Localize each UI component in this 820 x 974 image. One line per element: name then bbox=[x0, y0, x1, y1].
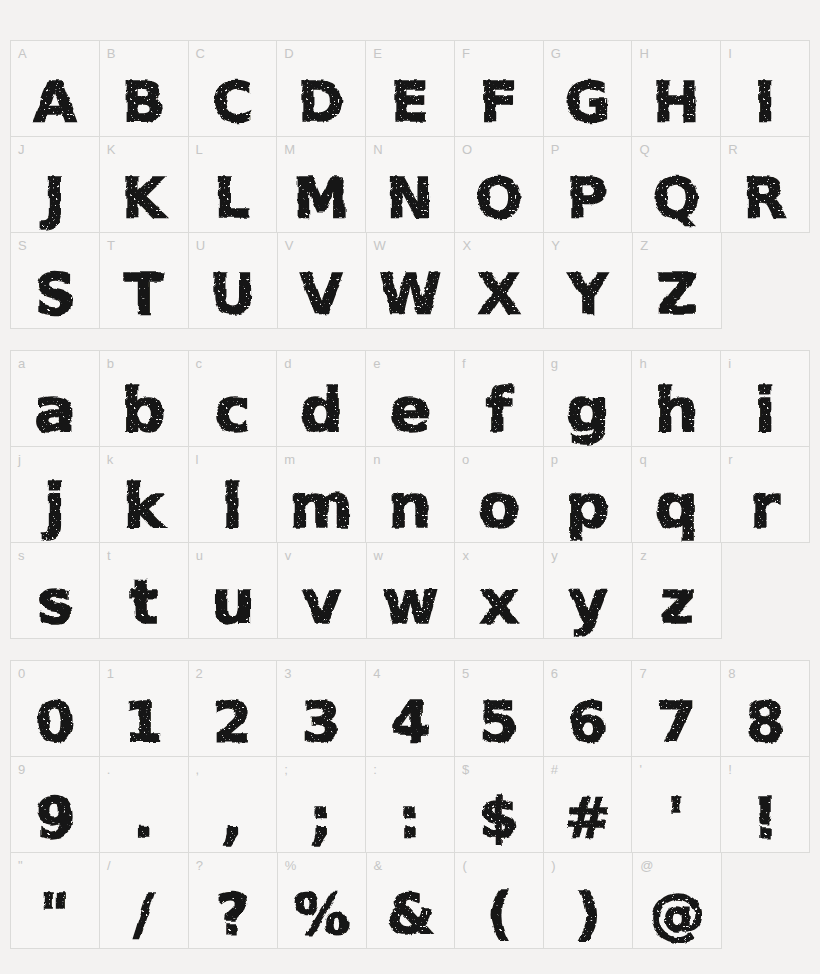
char-cell: ,, bbox=[188, 756, 278, 853]
cell-label: ) bbox=[551, 859, 555, 872]
char-cell: OO bbox=[454, 136, 544, 233]
uppercase-row-3: SSTTUUVVWWXXYYZZ bbox=[10, 232, 810, 329]
cell-glyph: F bbox=[480, 74, 518, 136]
char-cell: :: bbox=[365, 756, 455, 853]
cell-label: c bbox=[196, 357, 203, 370]
cell-label: 1 bbox=[107, 667, 114, 680]
uppercase-row-1: AABBCCDDEEFFGGHHII bbox=[10, 40, 810, 137]
char-cell: YY bbox=[543, 232, 633, 329]
cell-label: k bbox=[107, 453, 114, 466]
char-cell: jj bbox=[10, 446, 100, 543]
cell-label: 7 bbox=[639, 667, 646, 680]
cell-label: U bbox=[196, 239, 205, 252]
char-cell: pp bbox=[543, 446, 633, 543]
char-cell: TT bbox=[99, 232, 189, 329]
char-cell: bb bbox=[99, 350, 189, 447]
char-cell: ## bbox=[543, 756, 633, 853]
cell-label: N bbox=[373, 143, 382, 156]
char-cell: ss bbox=[10, 542, 100, 639]
cell-glyph: 0 bbox=[35, 694, 74, 756]
cell-label: W bbox=[374, 239, 386, 252]
char-cell: )) bbox=[543, 852, 633, 949]
char-cell: NN bbox=[365, 136, 455, 233]
char-cell: tt bbox=[99, 542, 189, 639]
cell-glyph: g bbox=[566, 379, 610, 446]
lowercase-row-2: jjkkllmmnnooppqqrr bbox=[10, 446, 810, 543]
cell-glyph: E bbox=[391, 74, 429, 136]
char-cell: %% bbox=[277, 852, 367, 949]
cell-glyph: O bbox=[475, 170, 523, 232]
cell-glyph: i bbox=[755, 379, 776, 446]
lowercase-row-1: aabbccddeeffgghhii bbox=[10, 350, 810, 447]
char-cell: xx bbox=[454, 542, 544, 639]
lowercase-row-3: ssttuuvvwwxxyyzz bbox=[10, 542, 810, 639]
cell-glyph: h bbox=[655, 379, 698, 446]
cell-label: ' bbox=[639, 763, 641, 776]
char-cell: // bbox=[99, 852, 189, 949]
char-cell: zz bbox=[632, 542, 722, 639]
char-cell: .. bbox=[99, 756, 189, 853]
char-cell: WW bbox=[366, 232, 456, 329]
cell-glyph: H bbox=[653, 74, 700, 136]
cell-glyph: G bbox=[565, 74, 611, 136]
cell-glyph: , bbox=[222, 790, 243, 852]
char-cell: CC bbox=[188, 40, 278, 137]
cell-label: A bbox=[18, 47, 27, 60]
cell-label: E bbox=[373, 47, 382, 60]
cell-label: 9 bbox=[18, 763, 25, 776]
cell-label: $ bbox=[462, 763, 469, 776]
cell-label: F bbox=[462, 47, 470, 60]
cell-glyph: V bbox=[300, 266, 343, 328]
cell-label: 4 bbox=[373, 667, 380, 680]
char-cell: FF bbox=[454, 40, 544, 137]
cell-glyph: X bbox=[478, 266, 521, 328]
cell-label: q bbox=[639, 453, 646, 466]
char-cell: '' bbox=[631, 756, 721, 853]
cell-glyph: a bbox=[34, 379, 75, 446]
char-cell: cc bbox=[188, 350, 278, 447]
cell-glyph: c bbox=[214, 379, 250, 446]
char-cell: nn bbox=[365, 446, 455, 543]
cell-label: K bbox=[107, 143, 116, 156]
char-cell: "" bbox=[10, 852, 100, 949]
cell-label: u bbox=[196, 549, 203, 562]
cell-glyph: ) bbox=[575, 886, 601, 948]
cell-label: M bbox=[284, 143, 295, 156]
cell-glyph: o bbox=[478, 475, 520, 542]
cell-label: y bbox=[551, 549, 558, 562]
cell-label: o bbox=[462, 453, 469, 466]
char-cell: JJ bbox=[10, 136, 100, 233]
symbols-row-2: 99..,,;;::$$##''!! bbox=[10, 756, 810, 853]
cell-glyph: # bbox=[564, 790, 611, 852]
cell-label: V bbox=[285, 239, 294, 252]
cell-glyph: B bbox=[122, 74, 165, 136]
cell-glyph: p bbox=[566, 475, 610, 542]
char-cell: ff bbox=[454, 350, 544, 447]
cell-label: G bbox=[551, 47, 561, 60]
cell-label: r bbox=[728, 453, 732, 466]
char-cell: uu bbox=[188, 542, 278, 639]
cell-glyph: 1 bbox=[124, 694, 163, 756]
char-cell: 44 bbox=[365, 660, 455, 757]
char-cell: 11 bbox=[99, 660, 189, 757]
char-cell: !! bbox=[720, 756, 810, 853]
char-cell: qq bbox=[631, 446, 721, 543]
cell-glyph: R bbox=[744, 170, 787, 232]
cell-glyph: 3 bbox=[302, 694, 341, 756]
cell-glyph: u bbox=[211, 571, 254, 638]
char-cell: mm bbox=[276, 446, 366, 543]
cell-glyph: 4 bbox=[391, 694, 430, 756]
cell-label: i bbox=[728, 357, 731, 370]
cell-label: s bbox=[18, 549, 25, 562]
cell-glyph: D bbox=[298, 74, 344, 136]
char-cell: GG bbox=[543, 40, 633, 137]
char-cell: HH bbox=[631, 40, 721, 137]
cell-glyph: ! bbox=[752, 790, 778, 852]
char-cell: 88 bbox=[720, 660, 810, 757]
cell-label: C bbox=[196, 47, 205, 60]
cell-glyph: 6 bbox=[568, 694, 607, 756]
lowercase-block: aabbccddeeffgghhiijjkkllmmnnooppqqrrsstt… bbox=[10, 350, 810, 639]
char-cell: aa bbox=[10, 350, 100, 447]
cell-glyph: x bbox=[480, 571, 519, 638]
cell-glyph: d bbox=[299, 379, 343, 446]
cell-label: I bbox=[728, 47, 732, 60]
char-cell: vv bbox=[277, 542, 367, 639]
cell-label: B bbox=[107, 47, 116, 60]
cell-glyph: n bbox=[388, 475, 431, 542]
char-cell: BB bbox=[99, 40, 189, 137]
cell-label: m bbox=[284, 453, 295, 466]
char-cell: QQ bbox=[631, 136, 721, 233]
char-cell: ii bbox=[720, 350, 810, 447]
cell-glyph: ; bbox=[310, 790, 332, 852]
cell-glyph: 8 bbox=[746, 694, 785, 756]
cell-glyph: M bbox=[293, 170, 349, 232]
cell-glyph: $ bbox=[479, 790, 518, 852]
cell-label: Y bbox=[551, 239, 560, 252]
cell-label: S bbox=[18, 239, 27, 252]
cell-glyph: f bbox=[486, 379, 513, 446]
char-cell: @@ bbox=[632, 852, 722, 949]
cell-label: ; bbox=[284, 763, 288, 776]
cell-label: T bbox=[107, 239, 115, 252]
char-cell: 22 bbox=[188, 660, 278, 757]
char-cell: AA bbox=[10, 40, 100, 137]
uppercase-block: AABBCCDDEEFFGGHHIIJJKKLLMMNNOOPPQQRRSSTT… bbox=[10, 40, 810, 329]
cell-label: & bbox=[374, 859, 383, 872]
cell-label: H bbox=[639, 47, 648, 60]
cell-glyph: : bbox=[399, 790, 421, 852]
cell-glyph: 9 bbox=[35, 790, 74, 852]
cell-label: j bbox=[18, 453, 21, 466]
cell-glyph: & bbox=[386, 886, 435, 948]
char-cell: ;; bbox=[276, 756, 366, 853]
char-cell: gg bbox=[543, 350, 633, 447]
symbols-row-3: ""//??%%&&(())@@ bbox=[10, 852, 810, 949]
char-cell: EE bbox=[365, 40, 455, 137]
cell-label: 2 bbox=[196, 667, 203, 680]
char-cell: RR bbox=[720, 136, 810, 233]
cell-glyph: . bbox=[133, 790, 154, 852]
char-cell: 00 bbox=[10, 660, 100, 757]
char-cell: PP bbox=[543, 136, 633, 233]
cell-glyph: / bbox=[134, 886, 154, 948]
symbols-row-1: 001122334455667788 bbox=[10, 660, 810, 757]
cell-glyph: N bbox=[387, 170, 434, 232]
cell-glyph: Z bbox=[657, 266, 698, 328]
char-cell: LL bbox=[188, 136, 278, 233]
cell-glyph: k bbox=[123, 475, 164, 542]
character-map-page: AABBCCDDEEFFGGHHIIJJKKLLMMNNOOPPQQRRSSTT… bbox=[0, 0, 820, 949]
cell-label: 8 bbox=[728, 667, 735, 680]
cell-label: R bbox=[728, 143, 737, 156]
char-cell: MM bbox=[276, 136, 366, 233]
cell-label: Z bbox=[640, 239, 648, 252]
cell-glyph: A bbox=[33, 74, 76, 136]
cell-label: t bbox=[107, 549, 111, 562]
cell-glyph: 2 bbox=[213, 694, 252, 756]
cell-label: d bbox=[284, 357, 291, 370]
cell-glyph: 5 bbox=[479, 694, 518, 756]
cell-glyph: P bbox=[567, 170, 608, 232]
cell-glyph: s bbox=[37, 571, 73, 638]
cell-glyph: Q bbox=[653, 170, 701, 232]
cell-label: 6 bbox=[551, 667, 558, 680]
cell-glyph: U bbox=[210, 266, 255, 328]
char-cell: DD bbox=[276, 40, 366, 137]
char-cell: $$ bbox=[454, 756, 544, 853]
char-cell: ll bbox=[188, 446, 278, 543]
cell-glyph: K bbox=[122, 170, 165, 232]
cell-label: v bbox=[285, 549, 292, 562]
cell-glyph: b bbox=[122, 379, 166, 446]
cell-label: . bbox=[107, 763, 111, 776]
char-cell: ?? bbox=[188, 852, 278, 949]
cell-label: / bbox=[107, 859, 111, 872]
cell-glyph: q bbox=[655, 475, 699, 542]
char-cell: rr bbox=[720, 446, 810, 543]
cell-label: h bbox=[639, 357, 646, 370]
cell-glyph: C bbox=[212, 74, 253, 136]
cell-glyph: w bbox=[382, 571, 438, 638]
char-cell: hh bbox=[631, 350, 721, 447]
symbols-block: 00112233445566778899..,,;;::$$##''!!""//… bbox=[10, 660, 810, 949]
cell-glyph: S bbox=[35, 266, 75, 328]
cell-label: O bbox=[462, 143, 472, 156]
cell-label: g bbox=[551, 357, 558, 370]
cell-label: l bbox=[196, 453, 199, 466]
cell-label: x bbox=[462, 549, 469, 562]
cell-label: 0 bbox=[18, 667, 25, 680]
cell-glyph: W bbox=[380, 266, 442, 328]
cell-label: 5 bbox=[462, 667, 469, 680]
cell-glyph: T bbox=[125, 266, 163, 328]
cell-glyph: " bbox=[40, 886, 69, 948]
cell-label: , bbox=[196, 763, 200, 776]
char-cell: && bbox=[366, 852, 456, 949]
cell-glyph: Y bbox=[568, 266, 609, 328]
char-cell: VV bbox=[277, 232, 367, 329]
cell-label: D bbox=[284, 47, 293, 60]
cell-glyph: @ bbox=[649, 886, 705, 948]
cell-label: ( bbox=[462, 859, 466, 872]
cell-glyph: % bbox=[294, 886, 350, 948]
cell-label: w bbox=[374, 549, 383, 562]
char-cell: kk bbox=[99, 446, 189, 543]
cell-label: J bbox=[18, 143, 25, 156]
cell-glyph: ? bbox=[216, 886, 248, 948]
cell-glyph: ' bbox=[668, 790, 685, 852]
cell-glyph: ( bbox=[487, 886, 513, 948]
char-cell: SS bbox=[10, 232, 100, 329]
char-cell: (( bbox=[454, 852, 544, 949]
cell-label: P bbox=[551, 143, 560, 156]
char-cell: 99 bbox=[10, 756, 100, 853]
cell-label: # bbox=[551, 763, 558, 776]
char-cell: ee bbox=[365, 350, 455, 447]
cell-glyph: v bbox=[302, 571, 342, 638]
char-cell: ww bbox=[366, 542, 456, 639]
cell-label: : bbox=[373, 763, 377, 776]
cell-glyph: m bbox=[289, 475, 353, 542]
cell-label: ? bbox=[196, 859, 203, 872]
char-cell: KK bbox=[99, 136, 189, 233]
char-cell: 66 bbox=[543, 660, 633, 757]
cell-label: 3 bbox=[284, 667, 291, 680]
cell-label: L bbox=[196, 143, 203, 156]
char-cell: 55 bbox=[454, 660, 544, 757]
char-cell: 33 bbox=[276, 660, 366, 757]
cell-label: " bbox=[18, 859, 23, 872]
cell-label: n bbox=[373, 453, 380, 466]
cell-glyph: r bbox=[750, 475, 780, 542]
char-cell: dd bbox=[276, 350, 366, 447]
cell-label: ! bbox=[728, 763, 732, 776]
cell-glyph: z bbox=[659, 571, 695, 638]
cell-label: e bbox=[373, 357, 380, 370]
cell-glyph: 7 bbox=[657, 694, 696, 756]
char-cell: UU bbox=[188, 232, 278, 329]
cell-glyph: I bbox=[755, 74, 776, 136]
cell-glyph: J bbox=[44, 170, 65, 232]
cell-label: Q bbox=[639, 143, 649, 156]
cell-glyph: t bbox=[129, 571, 158, 638]
cell-label: z bbox=[640, 549, 647, 562]
char-cell: ZZ bbox=[632, 232, 722, 329]
cell-label: f bbox=[462, 357, 466, 370]
cell-label: p bbox=[551, 453, 558, 466]
cell-glyph: e bbox=[389, 379, 430, 446]
char-cell: II bbox=[720, 40, 810, 137]
char-cell: XX bbox=[454, 232, 544, 329]
cell-label: X bbox=[462, 239, 471, 252]
char-cell: oo bbox=[454, 446, 544, 543]
cell-label: b bbox=[107, 357, 114, 370]
cell-glyph: L bbox=[215, 170, 251, 232]
cell-glyph: l bbox=[222, 475, 243, 542]
char-cell: 77 bbox=[631, 660, 721, 757]
char-cell: yy bbox=[543, 542, 633, 639]
character-map-blocks: AABBCCDDEEFFGGHHIIJJKKLLMMNNOOPPQQRRSSTT… bbox=[10, 40, 810, 949]
cell-label: @ bbox=[640, 859, 653, 872]
uppercase-row-2: JJKKLLMMNNOOPPQQRR bbox=[10, 136, 810, 233]
cell-glyph: y bbox=[568, 571, 608, 638]
cell-label: % bbox=[285, 859, 297, 872]
cell-glyph: j bbox=[44, 475, 65, 542]
cell-label: a bbox=[18, 357, 25, 370]
